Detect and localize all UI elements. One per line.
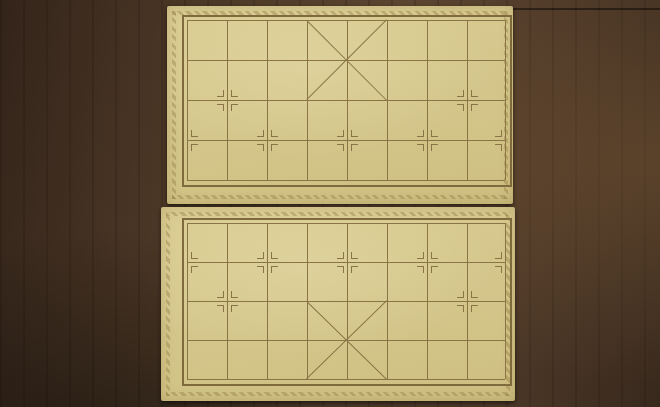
point-marker <box>231 305 238 312</box>
point-marker <box>217 90 224 97</box>
point-marker <box>457 104 464 111</box>
point-marker <box>191 144 198 151</box>
border-pattern <box>166 212 510 216</box>
border-pattern <box>166 212 170 396</box>
point-marker <box>191 266 198 273</box>
point-marker <box>457 305 464 312</box>
border-pattern <box>506 212 510 396</box>
point-marker <box>257 144 264 151</box>
point-marker <box>271 252 278 259</box>
wood-plank-seam <box>500 8 660 10</box>
point-marker <box>457 90 464 97</box>
point-marker <box>337 266 344 273</box>
point-marker <box>217 104 224 111</box>
point-marker <box>351 266 358 273</box>
point-marker <box>337 252 344 259</box>
point-marker <box>271 266 278 273</box>
table-surface <box>0 0 660 407</box>
point-marker <box>337 144 344 151</box>
point-marker <box>471 90 478 97</box>
point-marker <box>351 252 358 259</box>
point-marker <box>495 144 502 151</box>
point-marker <box>191 252 198 259</box>
point-marker <box>431 144 438 151</box>
point-marker <box>217 291 224 298</box>
point-marker <box>351 130 358 137</box>
border-pattern <box>172 195 508 199</box>
point-marker <box>231 291 238 298</box>
point-marker <box>231 90 238 97</box>
board-outer-border <box>182 218 512 386</box>
point-marker <box>495 130 502 137</box>
point-marker <box>471 305 478 312</box>
point-marker <box>231 104 238 111</box>
point-marker <box>417 130 424 137</box>
point-marker <box>471 291 478 298</box>
point-marker <box>257 252 264 259</box>
point-marker <box>431 130 438 137</box>
border-pattern <box>172 11 176 199</box>
point-marker <box>271 144 278 151</box>
point-marker <box>417 252 424 259</box>
point-marker <box>417 266 424 273</box>
point-marker <box>495 252 502 259</box>
border-pattern <box>504 11 508 199</box>
point-marker <box>271 130 278 137</box>
border-pattern <box>172 11 508 15</box>
board-outer-border <box>182 15 512 187</box>
point-marker <box>471 104 478 111</box>
point-marker <box>495 266 502 273</box>
point-marker <box>337 130 344 137</box>
point-marker <box>217 305 224 312</box>
point-marker <box>257 266 264 273</box>
point-marker <box>431 252 438 259</box>
point-marker <box>417 144 424 151</box>
point-marker <box>191 130 198 137</box>
point-marker <box>257 130 264 137</box>
point-marker <box>351 144 358 151</box>
border-pattern <box>166 392 510 396</box>
point-marker <box>431 266 438 273</box>
point-marker <box>457 291 464 298</box>
